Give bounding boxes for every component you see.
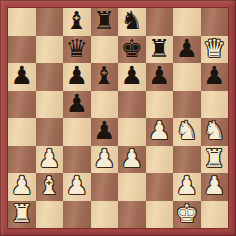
square-d3[interactable]: ♟ — [91, 146, 119, 174]
piece-black-bishop-c8: ♝ — [66, 8, 88, 35]
piece-white-pawn-h2: ♟ — [203, 173, 225, 200]
square-h6[interactable]: ♟ — [201, 63, 229, 91]
square-g3[interactable] — [173, 146, 201, 174]
piece-black-pawn-c6: ♟ — [66, 63, 88, 90]
piece-black-pawn-a6: ♟ — [11, 63, 33, 90]
square-d1[interactable] — [91, 201, 119, 229]
square-g4[interactable]: ♞ — [173, 118, 201, 146]
piece-black-pawn-f6: ♟ — [148, 63, 170, 90]
piece-black-king-e7: ♚ — [121, 36, 143, 63]
square-f4[interactable]: ♟ — [146, 118, 174, 146]
square-e3[interactable]: ♟ — [118, 146, 146, 174]
square-f2[interactable] — [146, 173, 174, 201]
square-a1[interactable]: ♜ — [8, 201, 36, 229]
square-f3[interactable] — [146, 146, 174, 174]
square-a4[interactable] — [8, 118, 36, 146]
square-a5[interactable] — [8, 91, 36, 119]
square-f8[interactable] — [146, 8, 174, 36]
square-b8[interactable] — [36, 8, 64, 36]
piece-white-pawn-d3: ♟ — [93, 146, 115, 173]
square-c4[interactable] — [63, 118, 91, 146]
square-f5[interactable] — [146, 91, 174, 119]
square-b2[interactable]: ♝ — [36, 173, 64, 201]
square-g6[interactable] — [173, 63, 201, 91]
square-e1[interactable] — [118, 201, 146, 229]
square-a6[interactable]: ♟ — [8, 63, 36, 91]
square-a7[interactable] — [8, 36, 36, 64]
square-b4[interactable] — [36, 118, 64, 146]
square-e5[interactable] — [118, 91, 146, 119]
square-g7[interactable]: ♟ — [173, 36, 201, 64]
chess-board: ♝♜♞♛♚♜♟♛♟♟♝♟♟♟♟♟♟♞♞♟♟♟♜♟♝♟♟♟♜♚ — [8, 8, 228, 228]
piece-black-knight-e8: ♞ — [121, 8, 143, 35]
square-b3[interactable]: ♟ — [36, 146, 64, 174]
square-g5[interactable] — [173, 91, 201, 119]
square-a2[interactable]: ♟ — [8, 173, 36, 201]
piece-black-pawn-c5: ♟ — [66, 91, 88, 118]
square-h5[interactable] — [201, 91, 229, 119]
square-c5[interactable]: ♟ — [63, 91, 91, 119]
square-d5[interactable] — [91, 91, 119, 119]
square-b5[interactable] — [36, 91, 64, 119]
piece-black-pawn-h6: ♟ — [203, 63, 225, 90]
square-e4[interactable] — [118, 118, 146, 146]
square-c8[interactable]: ♝ — [63, 8, 91, 36]
piece-white-pawn-c2: ♟ — [66, 173, 88, 200]
piece-black-bishop-d6: ♝ — [93, 63, 115, 90]
piece-black-pawn-e6: ♟ — [121, 63, 143, 90]
square-g8[interactable] — [173, 8, 201, 36]
square-g2[interactable]: ♟ — [173, 173, 201, 201]
square-d2[interactable] — [91, 173, 119, 201]
piece-black-queen-c7: ♛ — [66, 36, 88, 63]
square-f1[interactable] — [146, 201, 174, 229]
piece-white-rook-h3: ♜ — [203, 146, 225, 173]
square-b6[interactable] — [36, 63, 64, 91]
board-frame: ♝♜♞♛♚♜♟♛♟♟♝♟♟♟♟♟♟♞♞♟♟♟♜♟♝♟♟♟♜♚ — [0, 0, 236, 236]
square-b7[interactable] — [36, 36, 64, 64]
square-b1[interactable] — [36, 201, 64, 229]
square-h2[interactable]: ♟ — [201, 173, 229, 201]
square-h3[interactable]: ♜ — [201, 146, 229, 174]
piece-white-king-g1: ♚ — [176, 201, 198, 228]
piece-white-rook-a1: ♜ — [11, 201, 33, 228]
square-c3[interactable] — [63, 146, 91, 174]
square-d8[interactable]: ♜ — [91, 8, 119, 36]
square-e6[interactable]: ♟ — [118, 63, 146, 91]
square-a8[interactable] — [8, 8, 36, 36]
square-d6[interactable]: ♝ — [91, 63, 119, 91]
square-c1[interactable] — [63, 201, 91, 229]
square-e7[interactable]: ♚ — [118, 36, 146, 64]
square-a3[interactable] — [8, 146, 36, 174]
piece-white-knight-g4: ♞ — [176, 118, 198, 145]
square-f6[interactable]: ♟ — [146, 63, 174, 91]
square-h1[interactable] — [201, 201, 229, 229]
square-d4[interactable]: ♟ — [91, 118, 119, 146]
piece-black-pawn-d4: ♟ — [93, 118, 115, 145]
square-e8[interactable]: ♞ — [118, 8, 146, 36]
square-h7[interactable]: ♛ — [201, 36, 229, 64]
piece-white-pawn-f4: ♟ — [148, 118, 170, 145]
piece-white-pawn-e3: ♟ — [121, 146, 143, 173]
square-g1[interactable]: ♚ — [173, 201, 201, 229]
piece-white-knight-h4: ♞ — [203, 118, 225, 145]
piece-white-pawn-a2: ♟ — [11, 173, 33, 200]
square-e2[interactable] — [118, 173, 146, 201]
piece-white-pawn-g2: ♟ — [176, 173, 198, 200]
square-c7[interactable]: ♛ — [63, 36, 91, 64]
square-h8[interactable] — [201, 8, 229, 36]
piece-white-pawn-b3: ♟ — [38, 146, 60, 173]
piece-black-rook-d8: ♜ — [93, 8, 115, 35]
piece-white-queen-h7: ♛ — [203, 36, 225, 63]
piece-white-bishop-b2: ♝ — [38, 173, 60, 200]
square-c2[interactable]: ♟ — [63, 173, 91, 201]
square-f7[interactable]: ♜ — [146, 36, 174, 64]
square-h4[interactable]: ♞ — [201, 118, 229, 146]
square-d7[interactable] — [91, 36, 119, 64]
square-c6[interactable]: ♟ — [63, 63, 91, 91]
piece-black-pawn-g7: ♟ — [176, 36, 198, 63]
piece-black-rook-f7: ♜ — [148, 36, 170, 63]
